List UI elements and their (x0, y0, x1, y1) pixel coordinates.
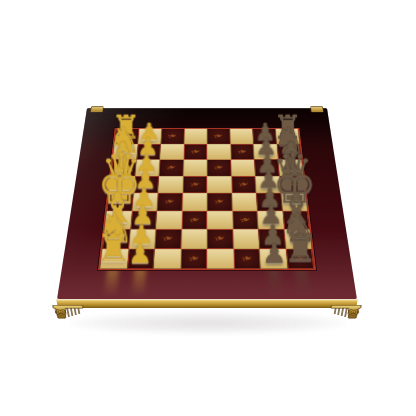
piece-wR-h1[interactable]: ♜ (96, 230, 130, 268)
square-motif-icon: ❧ (236, 179, 251, 190)
square-f4[interactable]: ❧ (181, 211, 207, 229)
product-photo-canvas: ❧♜♟❧❧❧♟♜♞❧♟❧❧♟❧♞❧♝♟❧❧❧♟♝♛❧♟❧❧♟❧♛❧♚♟❧❧❧♟♚… (0, 0, 416, 416)
piece-reflection (132, 269, 146, 296)
square-h6[interactable]: ❧ (233, 249, 260, 269)
square-motif-icon: ❧ (212, 163, 226, 173)
square-motif-icon: ❧ (212, 131, 226, 141)
square-c4[interactable] (183, 160, 207, 176)
piece-reflection (104, 269, 119, 296)
square-c3[interactable]: ❧ (159, 160, 184, 176)
square-d5[interactable] (207, 176, 232, 193)
square-motif-icon: ❧ (239, 252, 255, 265)
square-b6[interactable]: ❧ (230, 144, 254, 160)
square-a3[interactable]: ❧ (161, 129, 185, 144)
chessboard: ❧♜♟❧❧❧♟♜♞❧♟❧❧♟❧♞❧♝♟❧❧❧♟♝♛❧♟❧❧♟❧♛❧♚♟❧❧❧♟♚… (57, 108, 357, 299)
square-b3[interactable] (160, 144, 184, 160)
square-e6[interactable] (232, 193, 258, 211)
square-h2[interactable]: ❧♟ (127, 249, 155, 269)
square-motif-icon: ❧ (188, 147, 202, 157)
square-d6[interactable]: ❧ (231, 176, 256, 193)
square-a6[interactable] (230, 129, 254, 144)
piece-bR-h8[interactable]: ♜ (284, 230, 318, 268)
square-h8[interactable]: ❧♜ (286, 249, 315, 269)
square-e5[interactable]: ❧ (207, 193, 232, 211)
board-floor-shadow (70, 312, 346, 334)
piece-wP-h2[interactable]: ♟ (128, 241, 152, 268)
square-f6[interactable]: ❧ (232, 211, 258, 229)
square-d3[interactable] (158, 176, 183, 193)
square-motif-icon: ❧ (162, 196, 177, 207)
square-motif-icon: ❧ (186, 252, 202, 265)
piece-reflection (268, 269, 282, 296)
square-b4[interactable]: ❧ (183, 144, 207, 160)
square-g4[interactable] (181, 229, 207, 248)
square-h4[interactable]: ❧ (180, 249, 207, 269)
square-motif-icon: ❧ (188, 179, 203, 190)
square-motif-icon: ❧ (237, 214, 252, 226)
square-h1[interactable]: ♜ (100, 249, 129, 269)
square-f5[interactable] (207, 211, 233, 229)
square-g5[interactable]: ❧ (207, 229, 233, 248)
square-motif-icon: ❧ (164, 163, 178, 173)
board-gold-edge (56, 299, 358, 308)
square-g3[interactable]: ❧ (155, 229, 182, 248)
board-grid: ❧♜♟❧❧❧♟♜♞❧♟❧❧♟❧♞❧♝♟❧❧❧♟♝♛❧♟❧❧♟❧♛❧♚♟❧❧❧♟♚… (100, 129, 314, 269)
square-f3[interactable] (156, 211, 182, 229)
square-h5[interactable] (207, 249, 234, 269)
square-motif-icon: ❧ (212, 233, 228, 245)
square-e3[interactable]: ❧ (157, 193, 183, 211)
square-motif-icon: ❧ (235, 147, 249, 157)
square-b5[interactable] (207, 144, 231, 160)
corner-bracket-icon (310, 106, 324, 112)
square-h3[interactable] (153, 249, 180, 269)
square-d4[interactable]: ❧ (182, 176, 207, 193)
board-foot-volute-icon (328, 305, 362, 320)
corner-bracket-icon (90, 106, 104, 112)
piece-reflection (295, 269, 310, 296)
square-motif-icon: ❧ (212, 196, 227, 207)
square-g6[interactable] (233, 229, 260, 248)
square-a5[interactable]: ❧ (207, 129, 230, 144)
playing-field: ❧♜♟❧❧❧♟♜♞❧♟❧❧♟❧♞❧♝♟❧❧❧♟♝♛❧♟❧❧♟❧♛❧♚♟❧❧❧♟♚… (100, 129, 314, 269)
board-foot-volute-icon (52, 305, 86, 320)
square-motif-icon: ❧ (166, 131, 180, 141)
square-a4[interactable] (184, 129, 207, 144)
square-e4[interactable] (182, 193, 207, 211)
square-motif-icon: ❧ (187, 214, 202, 226)
square-motif-icon: ❧ (160, 233, 175, 245)
square-c6[interactable] (231, 160, 256, 176)
square-c5[interactable]: ❧ (207, 160, 231, 176)
